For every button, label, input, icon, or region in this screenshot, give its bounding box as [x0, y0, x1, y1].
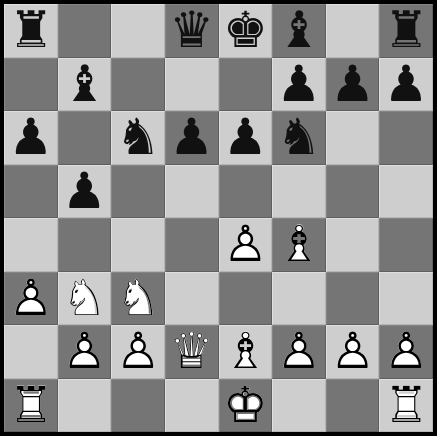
- black-knight-icon: ♞: [272, 111, 325, 164]
- square-e7[interactable]: [219, 58, 273, 112]
- white-pawn-icon: ♟♙: [4, 272, 57, 325]
- square-c4[interactable]: [111, 218, 165, 272]
- white-bishop-icon: ♝♗: [272, 218, 325, 271]
- black-rook-icon: ♜: [4, 4, 57, 57]
- square-e6[interactable]: ♟: [219, 111, 273, 165]
- square-b8[interactable]: [58, 4, 112, 58]
- square-h4[interactable]: [379, 218, 433, 272]
- black-bishop-icon: ♝: [58, 58, 111, 111]
- square-f5[interactable]: [272, 165, 326, 219]
- black-pawn-icon: ♟: [219, 111, 272, 164]
- square-a1[interactable]: ♜♖: [4, 379, 58, 433]
- white-pawn-icon: ♟♙: [219, 218, 272, 271]
- square-c8[interactable]: [111, 4, 165, 58]
- square-d5[interactable]: [165, 165, 219, 219]
- white-pawn-icon: ♟♙: [380, 325, 433, 378]
- square-f4[interactable]: ♝♗: [272, 218, 326, 272]
- square-g2[interactable]: ♟♙: [326, 325, 380, 379]
- black-pawn-icon: ♟: [380, 58, 433, 111]
- square-e8[interactable]: ♚: [219, 4, 273, 58]
- square-c1[interactable]: [111, 379, 165, 433]
- square-g8[interactable]: [326, 4, 380, 58]
- square-a6[interactable]: ♟: [4, 111, 58, 165]
- white-rook-icon: ♜♖: [380, 379, 433, 432]
- square-b4[interactable]: [58, 218, 112, 272]
- square-d2[interactable]: ♛♕: [165, 325, 219, 379]
- square-b3[interactable]: ♞♘: [58, 272, 112, 326]
- black-bishop-icon: ♝: [272, 4, 325, 57]
- square-g3[interactable]: [326, 272, 380, 326]
- square-d1[interactable]: [165, 379, 219, 433]
- square-h5[interactable]: [379, 165, 433, 219]
- square-d4[interactable]: [165, 218, 219, 272]
- chess-board: ♜♛♚♝♜♝♟♟♟♟♞♟♟♞♟♟♙♝♗♟♙♞♘♞♘♟♙♟♙♛♕♝♗♟♙♟♙♟♙♜…: [0, 0, 437, 436]
- square-a3[interactable]: ♟♙: [4, 272, 58, 326]
- square-f1[interactable]: [272, 379, 326, 433]
- square-d6[interactable]: ♟: [165, 111, 219, 165]
- white-bishop-icon: ♝♗: [219, 325, 272, 378]
- square-c6[interactable]: ♞: [111, 111, 165, 165]
- square-f6[interactable]: ♞: [272, 111, 326, 165]
- square-e5[interactable]: [219, 165, 273, 219]
- square-h2[interactable]: ♟♙: [379, 325, 433, 379]
- black-pawn-icon: ♟: [165, 111, 218, 164]
- black-pawn-icon: ♟: [326, 58, 379, 111]
- square-g1[interactable]: [326, 379, 380, 433]
- square-a8[interactable]: ♜: [4, 4, 58, 58]
- white-pawn-icon: ♟♙: [112, 325, 165, 378]
- square-a5[interactable]: [4, 165, 58, 219]
- square-h3[interactable]: [379, 272, 433, 326]
- white-rook-icon: ♜♖: [4, 379, 57, 432]
- square-d7[interactable]: [165, 58, 219, 112]
- white-queen-icon: ♛♕: [165, 325, 218, 378]
- black-queen-icon: ♛: [165, 4, 218, 57]
- square-g7[interactable]: ♟: [326, 58, 380, 112]
- white-pawn-icon: ♟♙: [58, 325, 111, 378]
- black-king-icon: ♚: [219, 4, 272, 57]
- board-frame: ♜♛♚♝♜♝♟♟♟♟♞♟♟♞♟♟♙♝♗♟♙♞♘♞♘♟♙♟♙♛♕♝♗♟♙♟♙♟♙♜…: [0, 0, 437, 436]
- square-f8[interactable]: ♝: [272, 4, 326, 58]
- square-h1[interactable]: ♜♖: [379, 379, 433, 433]
- black-knight-icon: ♞: [112, 111, 165, 164]
- square-c3[interactable]: ♞♘: [111, 272, 165, 326]
- square-a7[interactable]: [4, 58, 58, 112]
- square-a4[interactable]: [4, 218, 58, 272]
- square-f7[interactable]: ♟: [272, 58, 326, 112]
- square-c2[interactable]: ♟♙: [111, 325, 165, 379]
- square-c5[interactable]: [111, 165, 165, 219]
- white-king-icon: ♚♔: [219, 379, 272, 432]
- square-e4[interactable]: ♟♙: [219, 218, 273, 272]
- black-pawn-icon: ♟: [4, 111, 57, 164]
- white-knight-icon: ♞♘: [112, 272, 165, 325]
- square-g5[interactable]: [326, 165, 380, 219]
- white-pawn-icon: ♟♙: [272, 325, 325, 378]
- black-pawn-icon: ♟: [58, 165, 111, 218]
- square-f2[interactable]: ♟♙: [272, 325, 326, 379]
- square-d8[interactable]: ♛: [165, 4, 219, 58]
- square-b7[interactable]: ♝: [58, 58, 112, 112]
- square-b5[interactable]: ♟: [58, 165, 112, 219]
- square-b1[interactable]: [58, 379, 112, 433]
- square-h8[interactable]: ♜: [379, 4, 433, 58]
- square-c7[interactable]: [111, 58, 165, 112]
- square-b2[interactable]: ♟♙: [58, 325, 112, 379]
- black-rook-icon: ♜: [380, 4, 433, 57]
- square-e2[interactable]: ♝♗: [219, 325, 273, 379]
- black-pawn-icon: ♟: [272, 58, 325, 111]
- square-e1[interactable]: ♚♔: [219, 379, 273, 433]
- square-f3[interactable]: [272, 272, 326, 326]
- square-h7[interactable]: ♟: [379, 58, 433, 112]
- white-knight-icon: ♞♘: [58, 272, 111, 325]
- square-d3[interactable]: [165, 272, 219, 326]
- white-pawn-icon: ♟♙: [326, 325, 379, 378]
- square-h6[interactable]: [379, 111, 433, 165]
- square-e3[interactable]: [219, 272, 273, 326]
- square-g4[interactable]: [326, 218, 380, 272]
- square-a2[interactable]: [4, 325, 58, 379]
- square-b6[interactable]: [58, 111, 112, 165]
- square-g6[interactable]: [326, 111, 380, 165]
